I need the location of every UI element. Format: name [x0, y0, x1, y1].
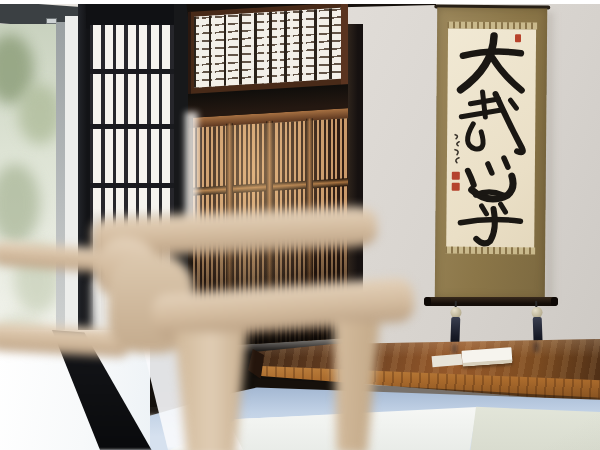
chair-center-leg	[168, 332, 254, 450]
chair-right-leg	[327, 321, 380, 450]
photo-japanese-room	[0, 0, 600, 450]
wooden-chair-foreground	[0, 0, 600, 450]
photo-top-border	[0, 0, 600, 4]
